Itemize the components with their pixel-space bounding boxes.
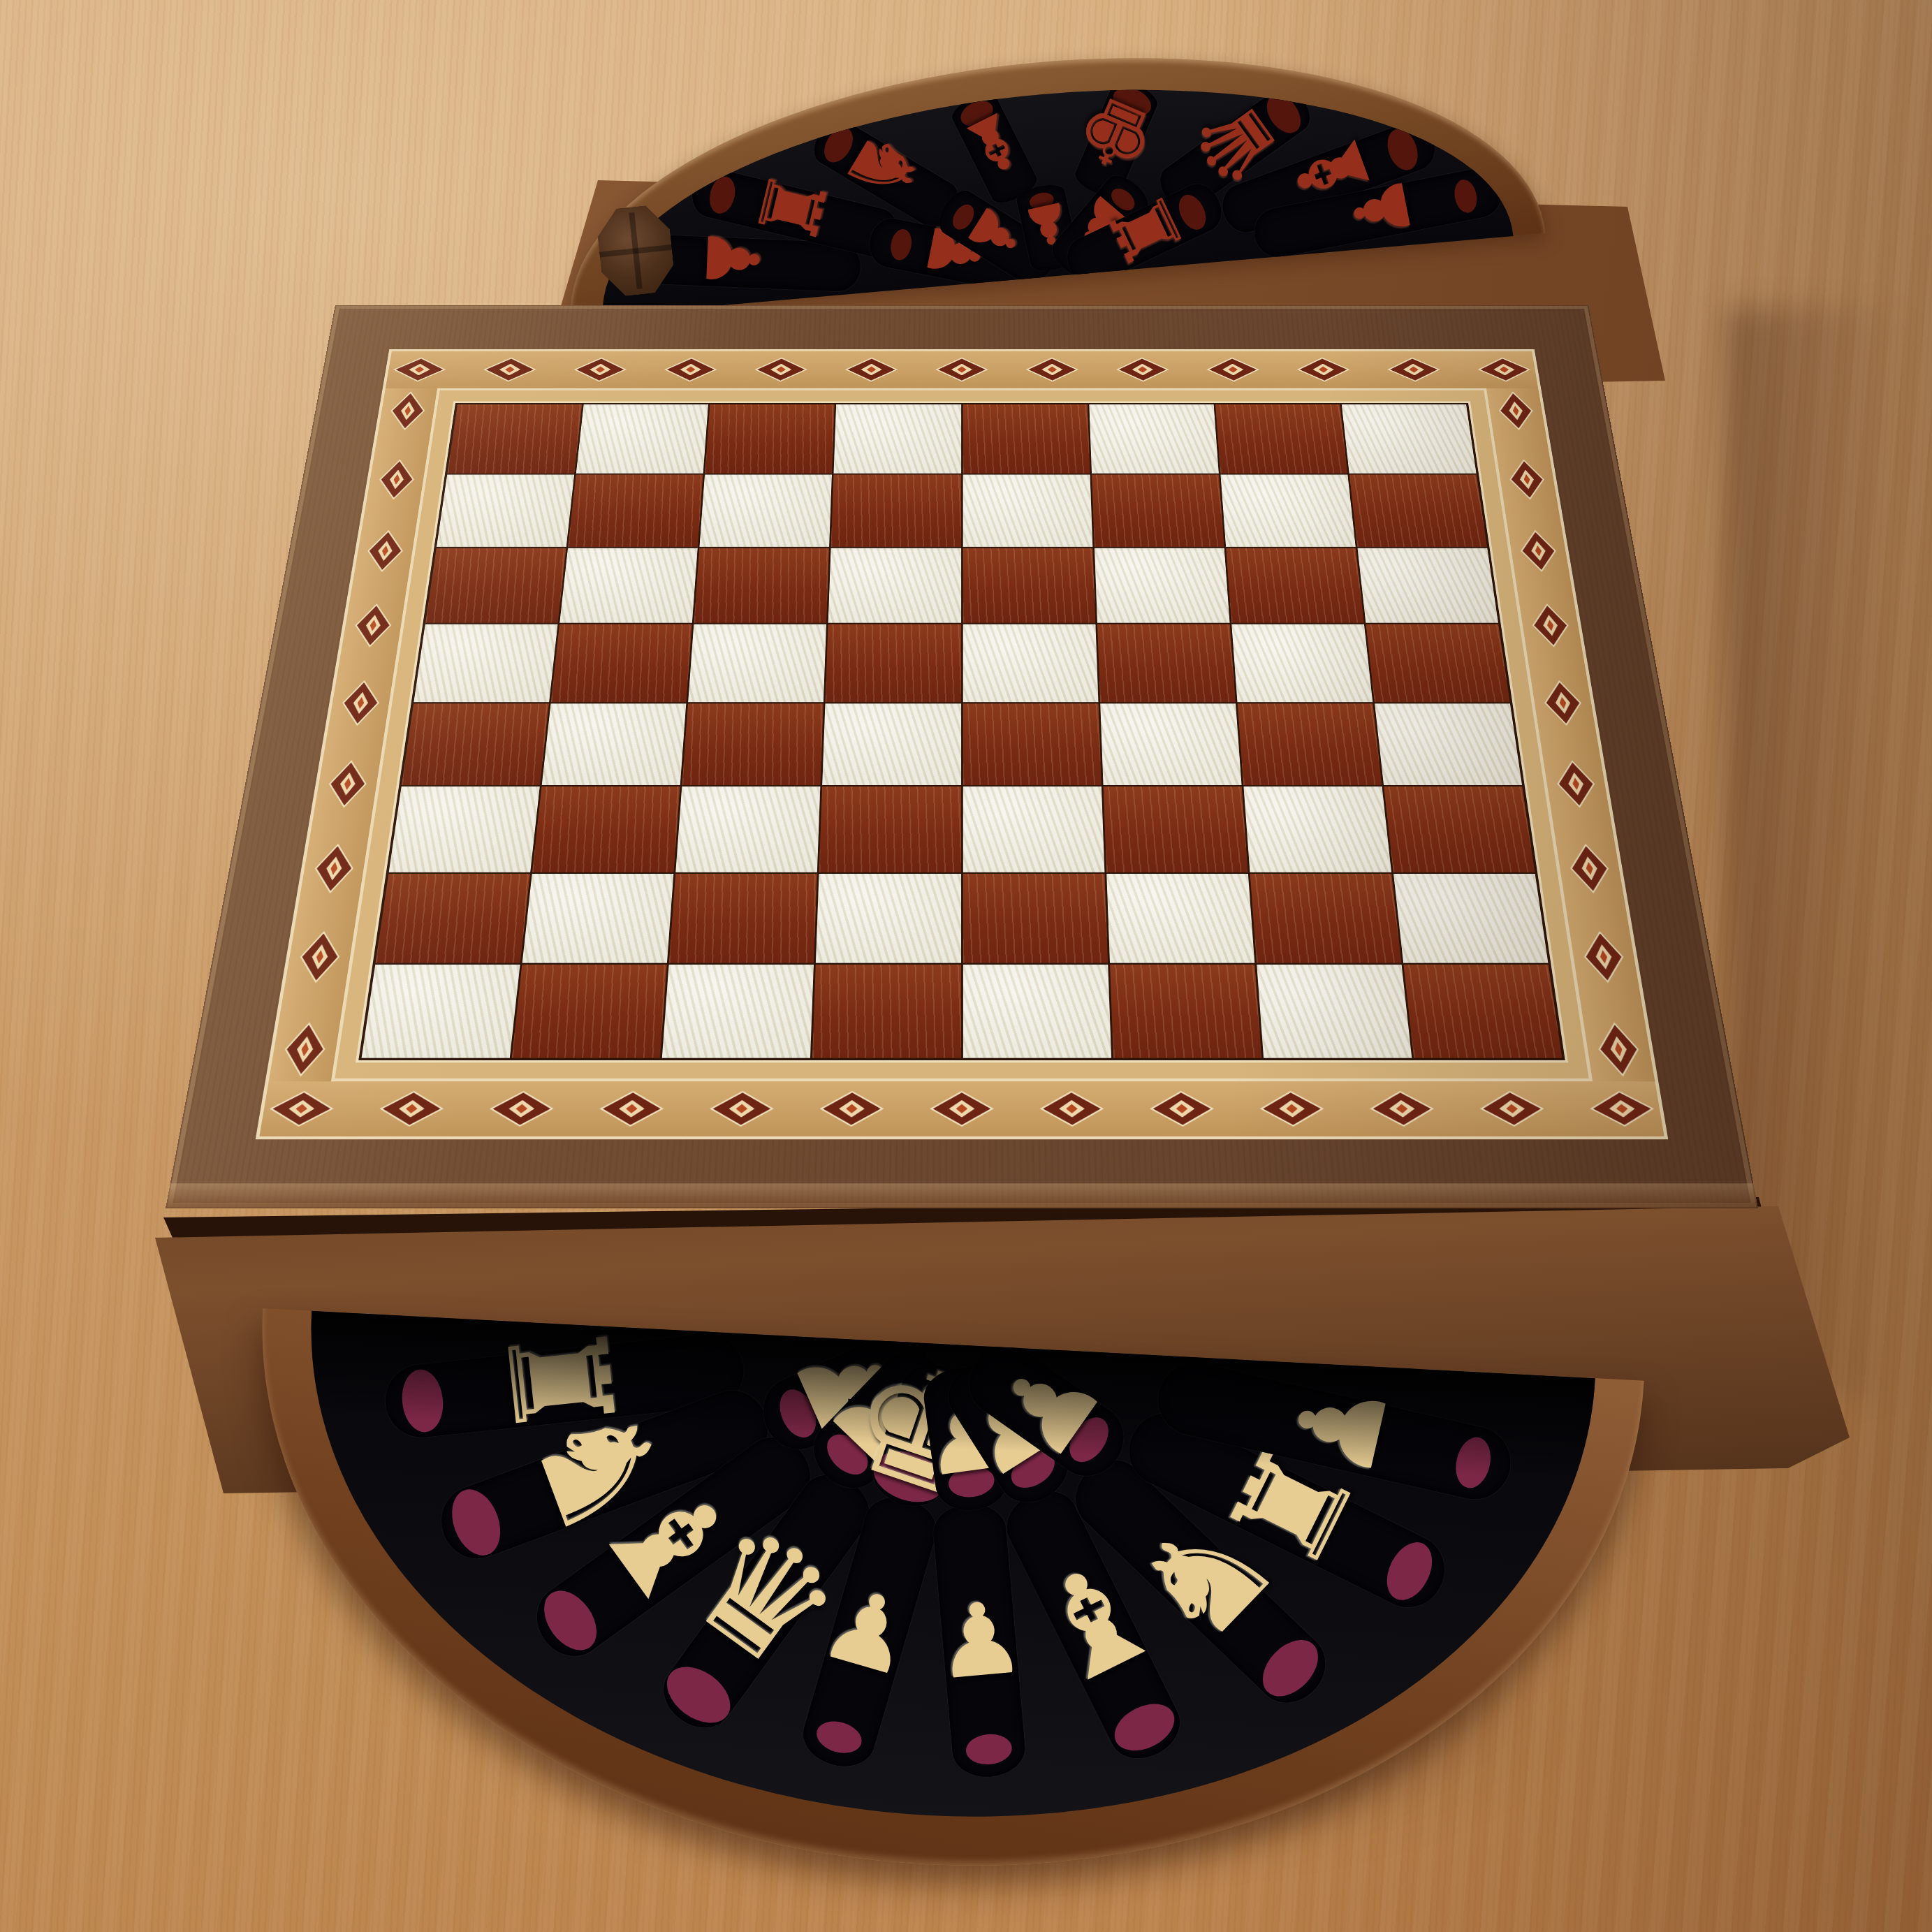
inlay-diamond-motif bbox=[1541, 680, 1585, 726]
square-a5 bbox=[414, 624, 557, 702]
square-d6 bbox=[828, 548, 961, 622]
inlay-diamond-motif bbox=[391, 358, 448, 382]
square-c3 bbox=[676, 786, 821, 872]
inlay-diamond-motif bbox=[573, 358, 628, 382]
inlay-diamond-motif bbox=[754, 358, 807, 382]
inlay-diamond-motif bbox=[1476, 358, 1532, 382]
square-e1 bbox=[963, 965, 1111, 1058]
square-a1 bbox=[362, 965, 520, 1058]
square-f7 bbox=[1092, 475, 1224, 547]
inlay-diamond-motif bbox=[1553, 760, 1599, 807]
square-g6 bbox=[1226, 548, 1364, 622]
square-f8 bbox=[1089, 404, 1219, 474]
inlay-diamond-motif bbox=[935, 358, 988, 382]
square-d7 bbox=[831, 475, 961, 547]
chessboard-top-face bbox=[166, 305, 1758, 1208]
square-b2 bbox=[522, 874, 674, 963]
square-g7 bbox=[1220, 475, 1355, 547]
square-g8 bbox=[1215, 404, 1347, 474]
red-piece-pawn: ♟ bbox=[1340, 170, 1424, 247]
square-b1 bbox=[512, 965, 667, 1058]
white-pieces-drawer: ♜♞♝♛♟♟♝♞♜♟♟♟♚♟♟♟ bbox=[235, 1308, 1644, 1901]
square-g1 bbox=[1257, 965, 1412, 1058]
mosaic-band-top bbox=[386, 351, 1538, 388]
inlay-diamond-motif bbox=[296, 931, 344, 983]
chess-board bbox=[358, 403, 1565, 1060]
square-b3 bbox=[532, 786, 680, 872]
square-d8 bbox=[834, 404, 961, 474]
square-f3 bbox=[1103, 786, 1247, 872]
square-c2 bbox=[669, 874, 817, 963]
square-b7 bbox=[568, 475, 703, 547]
square-a4 bbox=[402, 703, 549, 785]
inlay-diamond-motif bbox=[488, 1091, 555, 1127]
square-d4 bbox=[822, 703, 960, 785]
square-e5 bbox=[963, 624, 1098, 702]
inlay-diamond-motif bbox=[819, 1091, 884, 1127]
inlay-diamond-motif bbox=[1368, 1091, 1436, 1127]
square-b6 bbox=[559, 548, 698, 622]
inlay-diamond-motif bbox=[1567, 844, 1613, 893]
red-piece-king: ♚ bbox=[1064, 78, 1169, 188]
square-g3 bbox=[1243, 786, 1391, 872]
square-c6 bbox=[694, 548, 830, 622]
square-f5 bbox=[1097, 624, 1236, 702]
square-f4 bbox=[1100, 703, 1241, 785]
square-h3 bbox=[1384, 786, 1535, 872]
inlay-diamond-motif bbox=[598, 1091, 665, 1127]
square-d5 bbox=[826, 624, 961, 702]
inlay-diamond-motif bbox=[1025, 358, 1078, 382]
inlay-diamond-motif bbox=[325, 760, 370, 807]
square-f1 bbox=[1110, 965, 1261, 1058]
square-h6 bbox=[1357, 548, 1498, 622]
square-h2 bbox=[1393, 874, 1548, 963]
square-f6 bbox=[1095, 548, 1230, 622]
inlay-diamond-motif bbox=[1115, 358, 1169, 382]
square-e2 bbox=[963, 874, 1107, 963]
inlay-diamond-motif bbox=[482, 358, 538, 382]
square-c1 bbox=[662, 965, 814, 1058]
square-h1 bbox=[1403, 965, 1562, 1058]
square-b5 bbox=[551, 624, 692, 702]
square-a6 bbox=[425, 548, 566, 622]
inlay-diamond-motif bbox=[664, 358, 718, 382]
inlay-diamond-motif bbox=[1296, 358, 1351, 382]
square-a7 bbox=[437, 475, 574, 547]
square-a8 bbox=[447, 404, 582, 474]
inlay-diamond-motif bbox=[377, 1091, 446, 1127]
square-e6 bbox=[963, 548, 1095, 622]
inlay-diamond-motif bbox=[388, 391, 428, 430]
inlay-diamond-motif bbox=[280, 1022, 329, 1076]
inlay-diamond-motif bbox=[1496, 391, 1537, 430]
square-b4 bbox=[542, 703, 687, 785]
square-h5 bbox=[1366, 624, 1509, 702]
square-c7 bbox=[700, 475, 833, 547]
square-b8 bbox=[576, 404, 708, 474]
inlay-diamond-motif bbox=[311, 844, 358, 893]
inlay-diamond-motif bbox=[1580, 931, 1627, 983]
square-c5 bbox=[688, 624, 826, 702]
inlay-diamond-motif bbox=[1206, 358, 1260, 382]
white-drawer-felt: ♜♞♝♛♟♟♝♞♜♟♟♟♚♟♟♟ bbox=[287, 1311, 1595, 1849]
square-f2 bbox=[1106, 874, 1254, 963]
square-a2 bbox=[376, 874, 530, 963]
inlay-diamond-motif bbox=[1594, 1022, 1643, 1076]
square-g5 bbox=[1231, 624, 1373, 702]
square-a3 bbox=[389, 786, 540, 872]
square-h8 bbox=[1342, 404, 1477, 474]
square-c4 bbox=[682, 703, 824, 785]
inlay-diamond-motif bbox=[267, 1091, 337, 1127]
square-h7 bbox=[1349, 475, 1487, 547]
inlay-diamond-motif bbox=[1149, 1091, 1215, 1127]
inlay-diamond-motif bbox=[708, 1091, 775, 1127]
square-c8 bbox=[705, 404, 835, 474]
inlay-diamond-motif bbox=[339, 680, 383, 726]
inlay-diamond-motif bbox=[1587, 1091, 1657, 1127]
square-g4 bbox=[1237, 703, 1382, 785]
square-d2 bbox=[816, 874, 960, 963]
inlay-diamond-motif bbox=[351, 603, 395, 647]
square-d1 bbox=[812, 965, 960, 1058]
square-d3 bbox=[819, 786, 961, 872]
inlay-diamond-motif bbox=[1529, 603, 1572, 647]
square-e7 bbox=[963, 475, 1092, 547]
inlay-diamond-motif bbox=[1507, 460, 1548, 500]
inlay-diamond-motif bbox=[1478, 1091, 1547, 1127]
square-e4 bbox=[963, 703, 1101, 785]
inlay-diamond-motif bbox=[364, 530, 406, 572]
square-g2 bbox=[1250, 874, 1401, 963]
inlay-diamond-motif bbox=[1039, 1091, 1104, 1127]
square-e8 bbox=[963, 404, 1090, 474]
square-e3 bbox=[963, 786, 1104, 872]
maple-border bbox=[335, 390, 1588, 1078]
inlay-diamond-motif bbox=[1517, 530, 1559, 572]
inlay-diamond-motif bbox=[844, 358, 898, 382]
light-piece-pawn: ♟ bbox=[931, 1587, 1029, 1695]
mosaic-band-bottom bbox=[259, 1081, 1664, 1136]
inlay-diamond-motif bbox=[930, 1091, 994, 1127]
inlay-diamond-motif bbox=[1386, 358, 1442, 382]
front-edge-bevel bbox=[166, 1183, 1758, 1208]
inlay-diamond-motif bbox=[376, 460, 417, 500]
square-h4 bbox=[1375, 703, 1522, 785]
inlay-diamond-motif bbox=[1259, 1091, 1326, 1127]
